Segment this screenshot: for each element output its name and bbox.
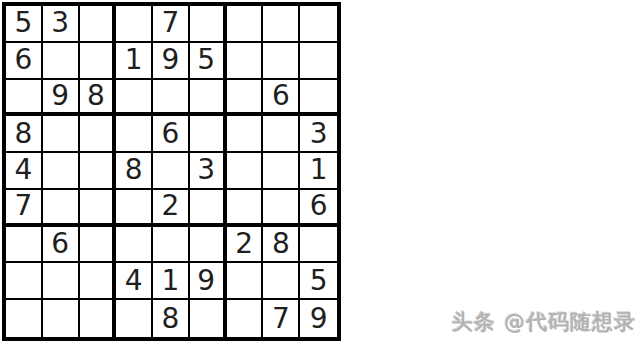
- cell-r6c9-given-6: 6: [300, 190, 337, 227]
- cell-r2c8-empty: [263, 43, 300, 80]
- cell-r4c6-empty: [190, 116, 227, 153]
- cell-r6c4-empty: [116, 190, 153, 227]
- cell-r3c1-empty: [6, 80, 43, 117]
- cell-r5c1-given-4: 4: [6, 153, 43, 190]
- cell-r8c5-given-1: 1: [153, 263, 190, 300]
- cell-r8c3-empty: [80, 263, 117, 300]
- cell-r9c5-given-8: 8: [153, 300, 190, 337]
- cell-r9c7-empty: [227, 300, 264, 337]
- cell-r1c4-empty: [116, 6, 153, 43]
- cell-r4c7-empty: [227, 116, 264, 153]
- cell-r8c4-given-4: 4: [116, 263, 153, 300]
- cell-r8c2-empty: [43, 263, 80, 300]
- cell-r1c6-empty: [190, 6, 227, 43]
- cell-r8c9-given-5: 5: [300, 263, 337, 300]
- cell-r8c1-empty: [6, 263, 43, 300]
- cell-r1c3-empty: [80, 6, 117, 43]
- cell-r4c8-empty: [263, 116, 300, 153]
- cell-r3c9-empty: [300, 80, 337, 117]
- cell-r4c5-given-6: 6: [153, 116, 190, 153]
- cell-r1c7-empty: [227, 6, 264, 43]
- cell-r1c5-given-7: 7: [153, 6, 190, 43]
- cell-r6c5-given-2: 2: [153, 190, 190, 227]
- cell-r1c8-empty: [263, 6, 300, 43]
- cell-r9c8-given-7: 7: [263, 300, 300, 337]
- cell-r1c2-given-3: 3: [43, 6, 80, 43]
- cell-r6c1-given-7: 7: [6, 190, 43, 227]
- cell-r9c2-empty: [43, 300, 80, 337]
- cell-r6c2-empty: [43, 190, 80, 227]
- cell-r7c9-empty: [300, 227, 337, 264]
- cell-r8c8-empty: [263, 263, 300, 300]
- cell-r8c7-empty: [227, 263, 264, 300]
- cell-r7c2-given-6: 6: [43, 227, 80, 264]
- cell-r4c1-given-8: 8: [6, 116, 43, 153]
- cell-r7c5-empty: [153, 227, 190, 264]
- cell-r4c3-empty: [80, 116, 117, 153]
- cell-r2c3-empty: [80, 43, 117, 80]
- cell-r6c7-empty: [227, 190, 264, 227]
- cell-r5c4-given-8: 8: [116, 153, 153, 190]
- cell-r7c1-empty: [6, 227, 43, 264]
- cell-r4c9-given-3: 3: [300, 116, 337, 153]
- cell-r9c6-empty: [190, 300, 227, 337]
- cell-r7c3-empty: [80, 227, 117, 264]
- cell-r2c7-empty: [227, 43, 264, 80]
- cell-r1c9-empty: [300, 6, 337, 43]
- cell-r3c6-empty: [190, 80, 227, 117]
- cell-r6c6-empty: [190, 190, 227, 227]
- cell-r5c6-given-3: 3: [190, 153, 227, 190]
- cell-r2c6-given-5: 5: [190, 43, 227, 80]
- cell-r5c9-given-1: 1: [300, 153, 337, 190]
- cell-r7c8-given-8: 8: [263, 227, 300, 264]
- cell-r1c1-given-5: 5: [6, 6, 43, 43]
- cell-r5c2-empty: [43, 153, 80, 190]
- cell-r3c2-given-9: 9: [43, 80, 80, 117]
- cell-r2c5-given-9: 9: [153, 43, 190, 80]
- watermark-text: 头条 @代码随想录: [452, 308, 636, 336]
- cell-r3c4-empty: [116, 80, 153, 117]
- cell-r5c3-empty: [80, 153, 117, 190]
- cell-r2c4-given-1: 1: [116, 43, 153, 80]
- cell-r2c9-empty: [300, 43, 337, 80]
- cell-r3c5-empty: [153, 80, 190, 117]
- cell-r6c3-empty: [80, 190, 117, 227]
- cell-r8c6-given-9: 9: [190, 263, 227, 300]
- sudoku-board: 537619598686348317266284195879: [2, 2, 341, 341]
- cell-r3c3-given-8: 8: [80, 80, 117, 117]
- cell-r7c4-empty: [116, 227, 153, 264]
- page: 537619598686348317266284195879 头条 @代码随想录: [0, 0, 640, 343]
- cell-r9c9-given-9: 9: [300, 300, 337, 337]
- cell-r9c3-empty: [80, 300, 117, 337]
- cell-r2c1-given-6: 6: [6, 43, 43, 80]
- cell-r5c7-empty: [227, 153, 264, 190]
- cell-r4c4-empty: [116, 116, 153, 153]
- cell-r4c2-empty: [43, 116, 80, 153]
- cell-r5c8-empty: [263, 153, 300, 190]
- cell-r2c2-empty: [43, 43, 80, 80]
- cell-r7c7-given-2: 2: [227, 227, 264, 264]
- cell-r3c7-empty: [227, 80, 264, 117]
- cell-r9c4-empty: [116, 300, 153, 337]
- cell-r5c5-empty: [153, 153, 190, 190]
- cell-r9c1-empty: [6, 300, 43, 337]
- cell-r7c6-empty: [190, 227, 227, 264]
- cell-r6c8-empty: [263, 190, 300, 227]
- cell-r3c8-given-6: 6: [263, 80, 300, 117]
